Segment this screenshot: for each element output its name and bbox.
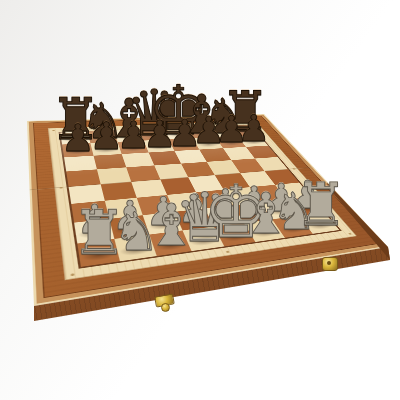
brass-dot-icon	[225, 250, 229, 252]
brass-dot-icon	[160, 126, 163, 127]
brass-dot-icon	[292, 168, 295, 169]
chess-board	[27, 114, 388, 306]
clasp-keyhole-icon	[327, 261, 331, 265]
brass-dot-icon	[52, 130, 55, 131]
brass-dot-icon	[59, 187, 62, 189]
hinge-knob-icon	[161, 303, 170, 312]
square-a1	[77, 239, 120, 267]
brass-dot-icon	[252, 122, 255, 123]
chess-set-product-photo: ♜♞♝♛♚♝♞♜♟♟♟♟♟♟♟♟♟♟♟♟♟♟♟♟♜♞♝♛♚♝♞♜	[0, 0, 400, 400]
